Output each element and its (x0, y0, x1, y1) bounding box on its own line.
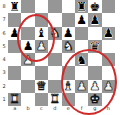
square-b5[interactable]: ♟ (21, 40, 34, 53)
file-label-e: e (62, 106, 75, 115)
rank-label-4: 4 (0, 53, 8, 66)
square-b7[interactable] (21, 13, 34, 26)
square-g2[interactable]: ♟ (88, 80, 101, 93)
piece-black-pawn[interactable]: ♟ (90, 14, 101, 26)
square-a8[interactable]: ♜ (8, 0, 21, 13)
square-b8[interactable] (21, 0, 34, 13)
piece-black-queen[interactable]: ♛ (90, 40, 101, 52)
square-f5[interactable] (75, 40, 88, 53)
board: ♜♜♚♟♟♟♝♞♟♟♟♟♞♛♟♞♛♝♟♟♟♜♜♚ (8, 0, 115, 106)
square-c7[interactable] (35, 13, 48, 26)
square-f8[interactable]: ♜ (75, 0, 88, 13)
piece-white-pawn[interactable]: ♟ (76, 80, 87, 92)
square-g5[interactable]: ♛ (88, 40, 101, 53)
piece-black-pawn[interactable]: ♟ (9, 27, 20, 39)
square-g8[interactable]: ♚ (88, 0, 101, 13)
square-e4[interactable] (62, 53, 75, 66)
piece-black-pawn[interactable]: ♟ (103, 27, 114, 39)
square-a2[interactable] (8, 80, 21, 93)
file-label-g: g (88, 106, 101, 115)
square-h5[interactable] (102, 40, 115, 53)
piece-black-knight[interactable]: ♞ (76, 54, 87, 66)
square-h1[interactable] (102, 93, 115, 106)
square-h3[interactable] (102, 66, 115, 79)
square-g4[interactable] (88, 53, 101, 66)
square-g1[interactable]: ♚ (88, 93, 101, 106)
square-d1[interactable]: ♜ (48, 93, 61, 106)
piece-white-pawn[interactable]: ♟ (36, 40, 47, 52)
rank-label-1: 1 (0, 93, 8, 106)
chess-diagram: 87654321 ♜♜♚♟♟♟♝♞♟♟♟♟♞♛♟♞♛♝♟♟♟♜♜♚ abcdef… (0, 0, 120, 115)
square-a1[interactable]: ♜ (8, 93, 21, 106)
square-g6[interactable] (88, 27, 101, 40)
square-a3[interactable] (8, 66, 21, 79)
square-f4[interactable]: ♞ (75, 53, 88, 66)
square-d3[interactable] (48, 66, 61, 79)
square-d6[interactable]: ♞ (48, 27, 61, 40)
square-c3[interactable] (35, 66, 48, 79)
square-e6[interactable]: ♟ (62, 27, 75, 40)
square-d2[interactable] (48, 80, 61, 93)
square-d5[interactable] (48, 40, 61, 53)
square-b3[interactable] (21, 66, 34, 79)
piece-black-bishop[interactable]: ♝ (36, 27, 47, 39)
file-label-a: a (8, 106, 21, 115)
square-h7[interactable] (102, 13, 115, 26)
square-c4[interactable] (35, 53, 48, 66)
file-label-d: d (48, 106, 61, 115)
piece-white-rook[interactable]: ♜ (9, 93, 20, 105)
square-f6[interactable] (75, 27, 88, 40)
piece-black-pawn[interactable]: ♟ (63, 27, 74, 39)
piece-white-queen[interactable]: ♛ (36, 80, 47, 92)
square-e3[interactable] (62, 66, 75, 79)
square-h4[interactable] (102, 53, 115, 66)
rank-label-5: 5 (0, 40, 8, 53)
piece-black-king[interactable]: ♚ (90, 1, 101, 13)
square-e8[interactable] (62, 0, 75, 13)
square-h6[interactable]: ♟ (102, 27, 115, 40)
piece-white-bishop[interactable]: ♝ (63, 80, 74, 92)
square-f3[interactable] (75, 66, 88, 79)
file-label-b: b (21, 106, 34, 115)
square-c2[interactable]: ♛ (35, 80, 48, 93)
piece-black-pawn[interactable]: ♟ (23, 40, 34, 52)
square-c8[interactable] (35, 0, 48, 13)
piece-black-rook[interactable]: ♜ (76, 1, 87, 13)
square-a7[interactable] (8, 13, 21, 26)
piece-white-knight[interactable]: ♞ (63, 40, 74, 52)
piece-black-rook[interactable]: ♜ (9, 1, 20, 13)
rank-label-2: 2 (0, 80, 8, 93)
square-f2[interactable]: ♟ (75, 80, 88, 93)
square-a4[interactable] (8, 53, 21, 66)
square-c5[interactable]: ♟ (35, 40, 48, 53)
piece-white-knight[interactable]: ♞ (49, 27, 60, 39)
piece-white-pawn[interactable]: ♟ (103, 80, 114, 92)
square-e7[interactable] (62, 13, 75, 26)
square-g7[interactable]: ♟ (88, 13, 101, 26)
piece-white-pawn[interactable]: ♟ (23, 54, 34, 66)
piece-black-pawn[interactable]: ♟ (76, 14, 87, 26)
piece-white-king[interactable]: ♚ (90, 93, 101, 105)
square-h8[interactable] (102, 0, 115, 13)
rank-label-3: 3 (0, 66, 8, 79)
square-a6[interactable]: ♟ (8, 27, 21, 40)
square-d4[interactable] (48, 53, 61, 66)
rank-labels: 87654321 (0, 0, 8, 106)
square-h2[interactable]: ♟ (102, 80, 115, 93)
square-f7[interactable]: ♟ (75, 13, 88, 26)
square-d7[interactable] (48, 13, 61, 26)
rank-label-8: 8 (0, 0, 8, 13)
rank-label-6: 6 (0, 27, 8, 40)
rank-label-7: 7 (0, 13, 8, 26)
square-d8[interactable] (48, 0, 61, 13)
file-label-f: f (75, 106, 88, 115)
square-c6[interactable]: ♝ (35, 27, 48, 40)
square-b2[interactable] (21, 80, 34, 93)
square-f1[interactable] (75, 93, 88, 106)
square-c1[interactable] (35, 93, 48, 106)
square-e1[interactable] (62, 93, 75, 106)
square-b1[interactable] (21, 93, 34, 106)
square-a5[interactable] (8, 40, 21, 53)
square-e2[interactable]: ♝ (62, 80, 75, 93)
file-label-h: h (102, 106, 115, 115)
file-label-c: c (35, 106, 48, 115)
square-b6[interactable] (21, 27, 34, 40)
file-labels: abcdefgh (8, 106, 115, 115)
square-b4[interactable]: ♟ (21, 53, 34, 66)
piece-white-rook[interactable]: ♜ (49, 93, 60, 105)
square-e5[interactable]: ♞ (62, 40, 75, 53)
piece-white-pawn[interactable]: ♟ (90, 80, 101, 92)
square-g3[interactable] (88, 66, 101, 79)
